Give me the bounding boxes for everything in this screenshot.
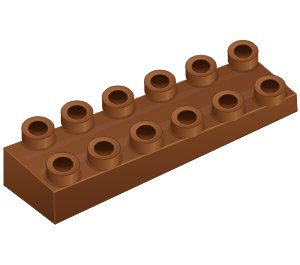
stud-front-col5 [212,90,244,122]
duplo-plate-2x6-render [0,0,300,265]
stud-back-col3 [102,86,134,118]
stud-hole-shadow [68,105,85,115]
stud-hole-shadow [193,60,210,70]
stud-back-col2 [61,101,93,133]
stud-hole-shadow [109,91,126,101]
stud-hole-shadow [262,80,279,90]
stud-hole-shadow [137,125,155,135]
stud-front-col3 [130,120,163,153]
stud-back-col6 [228,40,258,70]
stud-front-col1 [46,152,80,186]
stud-front-col6 [254,75,285,106]
stud-front-col4 [171,106,203,138]
stud-hole-shadow [178,110,195,120]
stud-hole-shadow [95,141,113,151]
stud-hole-shadow [152,75,169,85]
stud-hole-shadow [29,121,47,131]
stud-front-col2 [87,136,120,169]
page: { "game": "lego-duplo-construction-toy",… [0,0,300,265]
stud-back-col1 [22,117,55,150]
stud-hole-shadow [54,157,72,167]
stud-hole-shadow [235,45,251,54]
product-image [0,0,300,265]
stud-back-col4 [144,70,175,101]
stud-back-col5 [186,55,217,86]
stud-hole-shadow [219,95,236,105]
